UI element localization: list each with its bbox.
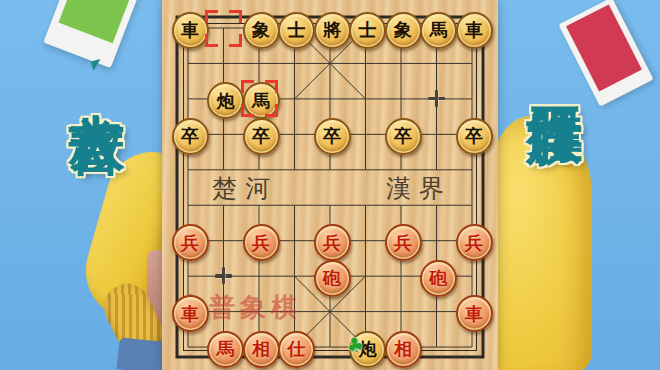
piece-black-elephant[interactable]: 象	[243, 12, 280, 49]
piece-glyph: 兵	[465, 234, 483, 252]
piece-glyph: 馬	[430, 21, 448, 39]
right-vertical-title: 旗开得胜	[528, 62, 584, 66]
piece-glyph: 卒	[394, 127, 412, 145]
clover-icon: ♣	[344, 333, 366, 356]
piece-red-pawn[interactable]: 兵	[456, 224, 493, 261]
thumbnail-stage: 古普大叔 旗开得胜 楚河 漢界 古普象棋 車象士將士象馬車炮馬卒卒卒卒卒炮♣兵兵…	[0, 0, 660, 370]
piece-red-cannon[interactable]: 砲	[420, 260, 457, 297]
piece-black-rook[interactable]: 車	[172, 12, 209, 49]
piece-glyph: 卒	[323, 127, 341, 145]
piece-red-advisor[interactable]: 仕	[278, 331, 315, 368]
piece-black-advisor[interactable]: 士	[349, 12, 386, 49]
piece-glyph: 兵	[394, 234, 412, 252]
piece-red-horse[interactable]: 馬	[207, 331, 244, 368]
green-card-decoration	[43, 0, 140, 68]
piece-black-horse[interactable]: 馬	[420, 12, 457, 49]
piece-black-pawn[interactable]: 卒	[385, 118, 422, 155]
piece-red-pawn[interactable]: 兵	[385, 224, 422, 261]
red-card-decoration	[558, 0, 653, 107]
piece-black-pawn[interactable]: 卒	[243, 118, 280, 155]
piece-glyph: 兵	[181, 234, 199, 252]
piece-glyph: 卒	[181, 127, 199, 145]
piece-glyph: 象	[394, 21, 412, 39]
piece-glyph: 炮	[217, 92, 235, 110]
piece-glyph: 砲	[430, 269, 448, 287]
piece-glyph: 相	[394, 340, 412, 358]
piece-red-cannon[interactable]: 砲	[314, 260, 351, 297]
piece-red-rook[interactable]: 車	[456, 295, 493, 332]
piece-black-horse[interactable]: 馬	[243, 82, 280, 119]
piece-layer: 車象士將士象馬車炮馬卒卒卒卒卒炮♣兵兵兵兵兵砲砲車車馬相仕相	[162, 0, 498, 370]
piece-glyph: 車	[181, 21, 199, 39]
piece-glyph: 車	[181, 305, 199, 323]
piece-black-advisor[interactable]: 士	[278, 12, 315, 49]
red-card-fill	[566, 5, 642, 92]
piece-glyph: 相	[252, 340, 270, 358]
piece-glyph: 砲	[323, 269, 341, 287]
piece-glyph: 士	[359, 21, 377, 39]
piece-red-elephant[interactable]: 相	[243, 331, 280, 368]
person-right-shoulder	[490, 116, 592, 370]
piece-black-cannon[interactable]: 炮♣	[349, 331, 386, 368]
piece-red-pawn[interactable]: 兵	[314, 224, 351, 261]
piece-glyph: 將	[323, 21, 341, 39]
piece-red-pawn[interactable]: 兵	[172, 224, 209, 261]
piece-glyph: 車	[465, 305, 483, 323]
piece-glyph: 馬	[252, 92, 270, 110]
left-vertical-title: 古普大叔	[70, 68, 126, 72]
piece-glyph: 卒	[252, 127, 270, 145]
piece-glyph: 兵	[323, 234, 341, 252]
piece-glyph: 車	[465, 21, 483, 39]
piece-black-pawn[interactable]: 卒	[456, 118, 493, 155]
piece-red-pawn[interactable]: 兵	[243, 224, 280, 261]
xiangqi-board[interactable]: 楚河 漢界 古普象棋 車象士將士象馬車炮馬卒卒卒卒卒炮♣兵兵兵兵兵砲砲車車馬相仕…	[162, 0, 498, 370]
green-card-fill	[58, 0, 131, 43]
piece-glyph: 仕	[288, 340, 306, 358]
piece-black-king[interactable]: 將	[314, 12, 351, 49]
piece-red-rook[interactable]: 車	[172, 295, 209, 332]
piece-black-pawn[interactable]: 卒	[314, 118, 351, 155]
piece-glyph: 兵	[252, 234, 270, 252]
piece-red-elephant[interactable]: 相	[385, 331, 422, 368]
piece-black-elephant[interactable]: 象	[385, 12, 422, 49]
piece-glyph: 卒	[465, 127, 483, 145]
piece-black-pawn[interactable]: 卒	[172, 118, 209, 155]
piece-glyph: 士	[288, 21, 306, 39]
piece-glyph: 馬	[217, 340, 235, 358]
piece-black-rook[interactable]: 車	[456, 12, 493, 49]
piece-glyph: 象	[252, 21, 270, 39]
piece-black-cannon[interactable]: 炮	[207, 82, 244, 119]
